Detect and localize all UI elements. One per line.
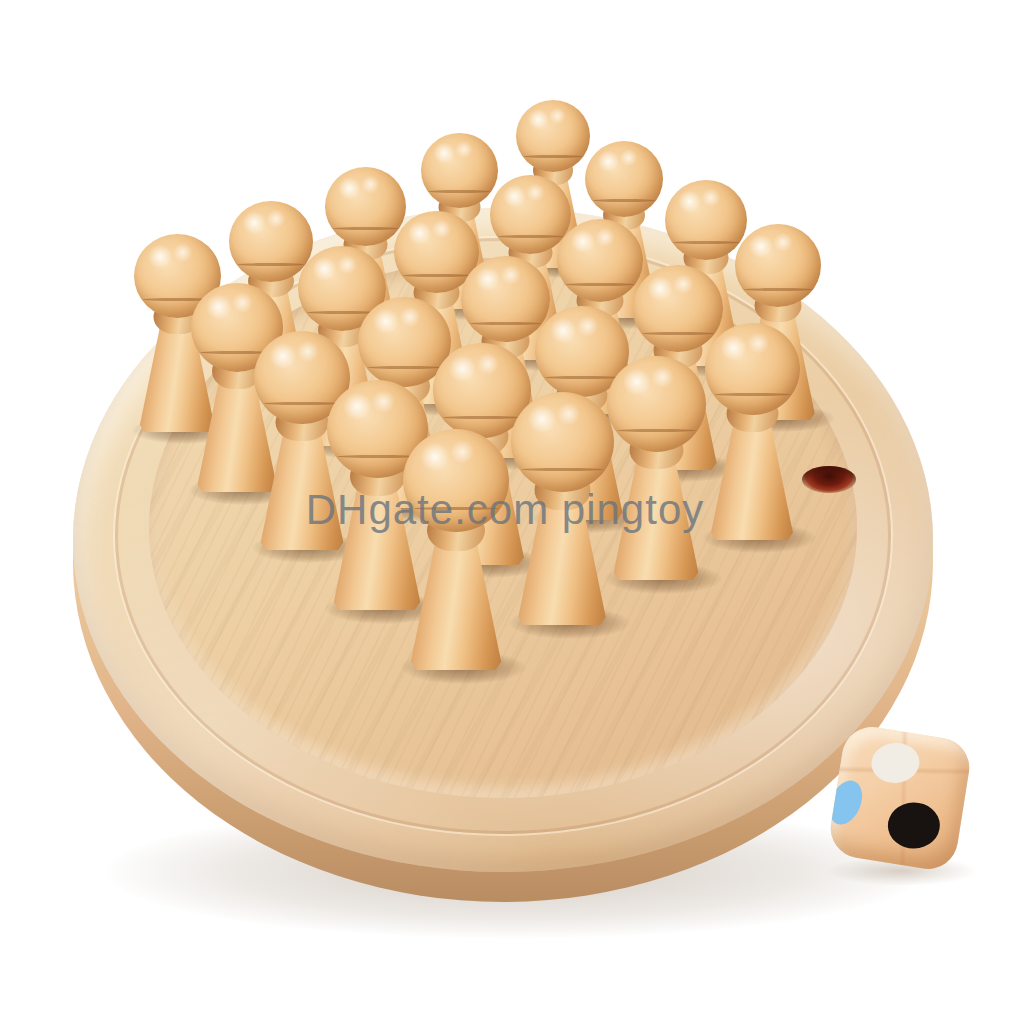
peg-head-groove xyxy=(714,393,790,396)
peg-head-groove xyxy=(673,241,739,244)
peg-head-groove xyxy=(443,416,521,419)
peg-body xyxy=(709,414,796,540)
peg-head-groove xyxy=(333,227,398,230)
peg-body xyxy=(408,530,504,670)
peg-head xyxy=(516,100,590,172)
peg-head xyxy=(557,219,643,302)
color-die xyxy=(826,723,973,873)
peg-head-groove xyxy=(566,283,635,286)
peg-head xyxy=(585,141,663,217)
peg-head-groove xyxy=(238,263,305,266)
peg-head-groove xyxy=(617,429,696,432)
peg-head-groove xyxy=(642,332,714,335)
peg-head xyxy=(511,392,614,492)
empty-red-hole xyxy=(802,466,856,493)
die-face-black-dot xyxy=(887,802,940,849)
product-photo: DHgate.com pingtoy xyxy=(0,0,1009,1009)
peg-head-groove xyxy=(498,235,563,238)
peg-head-groove xyxy=(593,199,655,202)
peg-head-groove xyxy=(428,190,490,193)
die-face-white-dot xyxy=(870,741,921,785)
peg-head-groove xyxy=(367,366,441,369)
watermark: DHgate.com pingtoy xyxy=(306,486,705,534)
wooden-peg xyxy=(403,429,509,670)
peg-head xyxy=(705,323,800,415)
peg-head xyxy=(607,356,706,452)
wooden-peg xyxy=(705,323,800,540)
peg-head-groove xyxy=(470,322,541,325)
peg-head-groove xyxy=(524,155,583,158)
wooden-peg xyxy=(607,356,706,580)
peg-head-groove xyxy=(744,288,813,291)
peg-head-groove xyxy=(521,468,603,471)
peg-head xyxy=(421,133,498,208)
peg-head xyxy=(735,224,821,307)
